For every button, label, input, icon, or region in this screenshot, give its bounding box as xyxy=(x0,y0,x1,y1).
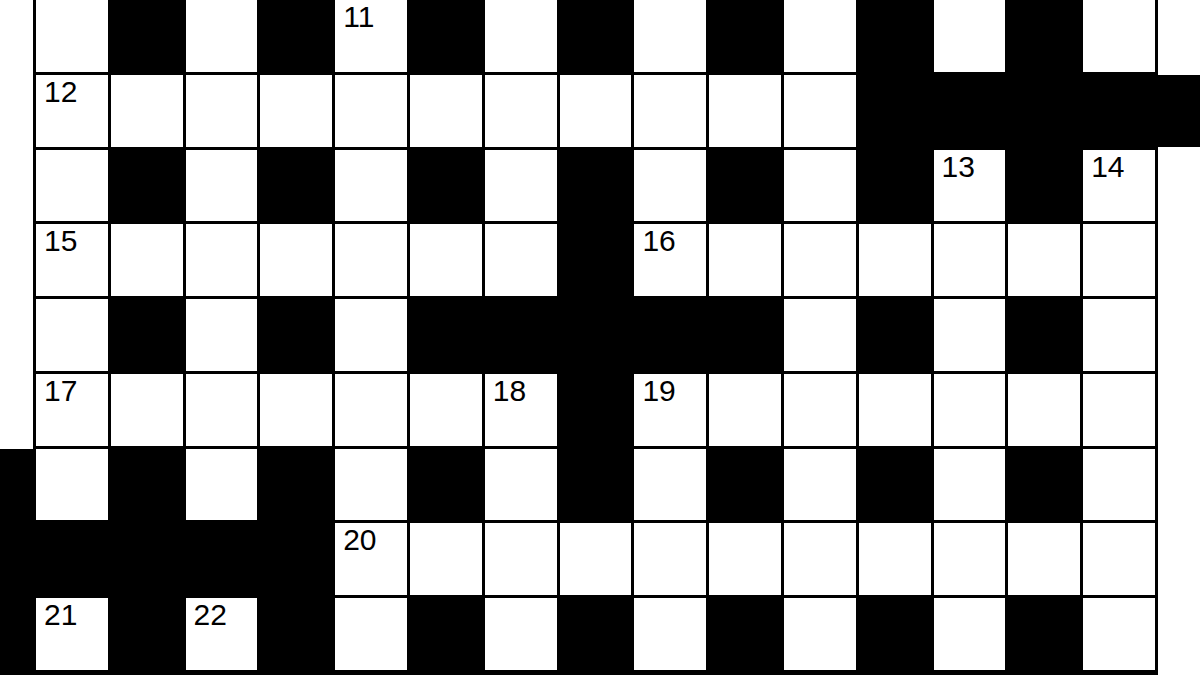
white-cell-r0c4[interactable]: 11 xyxy=(335,0,407,72)
white-cell-r5c14[interactable] xyxy=(1083,374,1155,446)
black-cell-r6c9 xyxy=(709,449,781,521)
white-cell-r3c8[interactable]: 16 xyxy=(634,224,706,296)
black-cell-r3c7 xyxy=(560,224,632,296)
clue-number-17: 17 xyxy=(44,374,77,408)
white-cell-r5c5[interactable] xyxy=(410,374,482,446)
white-cell-r4c14[interactable] xyxy=(1083,299,1155,371)
black-cell-r8c11 xyxy=(859,598,931,670)
black-cell-r2c1 xyxy=(111,150,183,222)
clue-number-14: 14 xyxy=(1091,150,1124,184)
white-cell-r3c6[interactable] xyxy=(485,224,557,296)
white-cell-r3c12[interactable] xyxy=(934,224,1006,296)
white-cell-r5c11[interactable] xyxy=(859,374,931,446)
white-cell-r0c14[interactable] xyxy=(1083,0,1155,72)
crossword-grid: 111213141516171819202122 xyxy=(33,0,1158,675)
black-cell-r0c1 xyxy=(111,0,183,72)
black-cell-r4c11 xyxy=(859,299,931,371)
clue-number-11: 11 xyxy=(343,0,374,34)
white-cell-r3c14[interactable] xyxy=(1083,224,1155,296)
white-cell-r3c13[interactable] xyxy=(1008,224,1080,296)
white-cell-r7c6[interactable] xyxy=(485,523,557,595)
white-cell-r5c9[interactable] xyxy=(709,374,781,446)
white-cell-r7c11[interactable] xyxy=(859,523,931,595)
white-cell-r1c3[interactable] xyxy=(260,75,332,147)
white-cell-r4c12[interactable] xyxy=(934,299,1006,371)
white-cell-r5c3[interactable] xyxy=(260,374,332,446)
white-cell-r4c0[interactable] xyxy=(36,299,108,371)
clue-number-18: 18 xyxy=(493,374,526,408)
clue-number-21: 21 xyxy=(44,598,77,632)
black-cell-r8c3 xyxy=(260,598,332,670)
white-cell-r6c0[interactable] xyxy=(36,449,108,521)
black-cell-r4c7 xyxy=(560,299,632,371)
white-cell-r0c10[interactable] xyxy=(784,0,856,72)
white-cell-r1c5[interactable] xyxy=(410,75,482,147)
black-cell-r6c11 xyxy=(859,449,931,521)
black-cell-r5c7 xyxy=(560,374,632,446)
black-cell-r2c5 xyxy=(410,150,482,222)
white-cell-r3c4[interactable] xyxy=(335,224,407,296)
black-cell-r1c13 xyxy=(1008,75,1080,147)
black-cell-r8c7 xyxy=(560,598,632,670)
black-cell-r4c3 xyxy=(260,299,332,371)
white-cell-r2c0[interactable] xyxy=(36,150,108,222)
white-cell-r8c2[interactable]: 22 xyxy=(186,598,258,670)
black-cell-r6c7 xyxy=(560,449,632,521)
black-cell-r7c0 xyxy=(36,523,108,595)
white-cell-r3c2[interactable] xyxy=(186,224,258,296)
black-cell-r4c6 xyxy=(485,299,557,371)
black-cell-r4c8 xyxy=(634,299,706,371)
right-partial-black-cells xyxy=(1158,75,1200,147)
white-cell-r8c0[interactable]: 21 xyxy=(36,598,108,670)
white-cell-r6c10[interactable] xyxy=(784,449,856,521)
white-cell-r3c3[interactable] xyxy=(260,224,332,296)
clue-number-22: 22 xyxy=(194,598,227,632)
clue-number-12: 12 xyxy=(44,75,77,109)
black-cell-r0c9 xyxy=(709,0,781,72)
white-cell-r0c6[interactable] xyxy=(485,0,557,72)
white-cell-r0c8[interactable] xyxy=(634,0,706,72)
black-cell-r0c5 xyxy=(410,0,482,72)
black-cell-r0c7 xyxy=(560,0,632,72)
white-cell-r7c5[interactable] xyxy=(410,523,482,595)
clue-number-20: 20 xyxy=(343,523,376,557)
white-cell-r1c1[interactable] xyxy=(111,75,183,147)
white-cell-r0c0[interactable] xyxy=(36,0,108,72)
clue-number-19: 19 xyxy=(642,374,675,408)
white-cell-r6c14[interactable] xyxy=(1083,449,1155,521)
white-cell-r3c0[interactable]: 15 xyxy=(36,224,108,296)
white-cell-r7c10[interactable] xyxy=(784,523,856,595)
black-cell-r7c2 xyxy=(186,523,258,595)
black-cell-r6c5 xyxy=(410,449,482,521)
black-cell-r6c3 xyxy=(260,449,332,521)
crossword-screenshot: 111213141516171819202122 xyxy=(0,0,1200,675)
black-cell-r0c11 xyxy=(859,0,931,72)
white-cell-r6c12[interactable] xyxy=(934,449,1006,521)
black-cell-r2c13 xyxy=(1008,150,1080,222)
white-cell-r3c1[interactable] xyxy=(111,224,183,296)
white-cell-r1c10[interactable] xyxy=(784,75,856,147)
white-cell-r8c14[interactable] xyxy=(1083,598,1155,670)
white-cell-r6c8[interactable] xyxy=(634,449,706,521)
black-cell-r2c3 xyxy=(260,150,332,222)
white-cell-r5c10[interactable] xyxy=(784,374,856,446)
white-cell-r2c8[interactable] xyxy=(634,150,706,222)
clue-number-15: 15 xyxy=(44,224,77,258)
white-cell-r7c9[interactable] xyxy=(709,523,781,595)
black-cell-r6c13 xyxy=(1008,449,1080,521)
white-cell-r6c6[interactable] xyxy=(485,449,557,521)
white-cell-r3c10[interactable] xyxy=(784,224,856,296)
black-cell-r1c12 xyxy=(934,75,1006,147)
white-cell-r8c4[interactable] xyxy=(335,598,407,670)
black-cell-r1c14 xyxy=(1083,75,1155,147)
white-cell-r4c10[interactable] xyxy=(784,299,856,371)
black-cell-r8c9 xyxy=(709,598,781,670)
white-cell-r1c7[interactable] xyxy=(560,75,632,147)
black-cell-r4c13 xyxy=(1008,299,1080,371)
white-cell-r5c13[interactable] xyxy=(1008,374,1080,446)
white-cell-r1c2[interactable] xyxy=(186,75,258,147)
white-cell-r1c0[interactable]: 12 xyxy=(36,75,108,147)
black-cell-r7c3 xyxy=(260,523,332,595)
white-cell-r2c2[interactable] xyxy=(186,150,258,222)
black-cell-r8c5 xyxy=(410,598,482,670)
white-cell-r3c5[interactable] xyxy=(410,224,482,296)
white-cell-r3c9[interactable] xyxy=(709,224,781,296)
black-cell-r7c1 xyxy=(111,523,183,595)
black-cell-r4c9 xyxy=(709,299,781,371)
white-cell-r7c8[interactable] xyxy=(634,523,706,595)
white-cell-r5c2[interactable] xyxy=(186,374,258,446)
clue-number-16: 16 xyxy=(642,224,675,258)
black-cell-r8c13 xyxy=(1008,598,1080,670)
white-cell-r2c12[interactable]: 13 xyxy=(934,150,1006,222)
black-cell-r4c1 xyxy=(111,299,183,371)
white-cell-r7c12[interactable] xyxy=(934,523,1006,595)
left-partial-black-cells xyxy=(0,449,33,675)
white-cell-r2c6[interactable] xyxy=(485,150,557,222)
right-partial-column xyxy=(1158,0,1200,675)
white-cell-r8c8[interactable] xyxy=(634,598,706,670)
white-cell-r2c14[interactable]: 14 xyxy=(1083,150,1155,222)
white-cell-r8c12[interactable] xyxy=(934,598,1006,670)
black-cell-r4c5 xyxy=(410,299,482,371)
black-cell-r2c7 xyxy=(560,150,632,222)
clue-number-13: 13 xyxy=(942,150,975,184)
black-cell-r0c3 xyxy=(260,0,332,72)
white-cell-r6c2[interactable] xyxy=(186,449,258,521)
white-cell-r4c4[interactable] xyxy=(335,299,407,371)
white-cell-r5c1[interactable] xyxy=(111,374,183,446)
white-cell-r3c11[interactable] xyxy=(859,224,931,296)
white-cell-r5c0[interactable]: 17 xyxy=(36,374,108,446)
white-cell-r5c6[interactable]: 18 xyxy=(485,374,557,446)
white-cell-r2c4[interactable] xyxy=(335,150,407,222)
white-cell-r6c4[interactable] xyxy=(335,449,407,521)
white-cell-r0c12[interactable] xyxy=(934,0,1006,72)
white-cell-r2c10[interactable] xyxy=(784,150,856,222)
white-cell-r7c4[interactable]: 20 xyxy=(335,523,407,595)
white-cell-r7c7[interactable] xyxy=(560,523,632,595)
black-cell-r8c1 xyxy=(111,598,183,670)
white-cell-r4c2[interactable] xyxy=(186,299,258,371)
white-cell-r7c13[interactable] xyxy=(1008,523,1080,595)
white-cell-r0c2[interactable] xyxy=(186,0,258,72)
white-cell-r1c9[interactable] xyxy=(709,75,781,147)
white-cell-r8c6[interactable] xyxy=(485,598,557,670)
white-cell-r5c12[interactable] xyxy=(934,374,1006,446)
white-cell-r1c6[interactable] xyxy=(485,75,557,147)
black-cell-r2c9 xyxy=(709,150,781,222)
black-cell-r0c13 xyxy=(1008,0,1080,72)
black-cell-r2c11 xyxy=(859,150,931,222)
white-cell-r1c4[interactable] xyxy=(335,75,407,147)
white-cell-r5c8[interactable]: 19 xyxy=(634,374,706,446)
left-partial-column xyxy=(0,0,33,675)
black-cell-r6c1 xyxy=(111,449,183,521)
white-cell-r1c8[interactable] xyxy=(634,75,706,147)
white-cell-r8c10[interactable] xyxy=(784,598,856,670)
black-cell-r1c11 xyxy=(859,75,931,147)
white-cell-r5c4[interactable] xyxy=(335,374,407,446)
white-cell-r7c14[interactable] xyxy=(1083,523,1155,595)
